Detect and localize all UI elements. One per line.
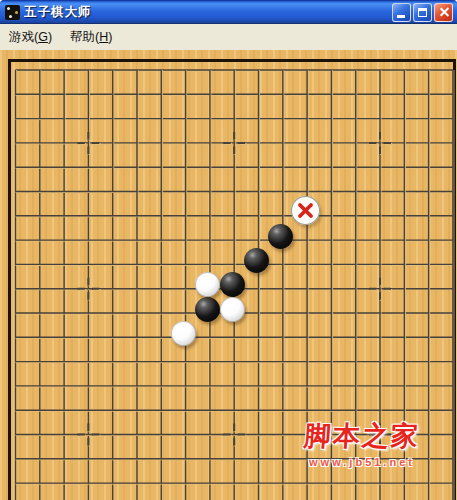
minimize-icon	[397, 15, 405, 18]
maximize-icon	[418, 8, 427, 17]
close-icon	[437, 6, 450, 19]
black-stone	[268, 224, 293, 249]
white-stone	[220, 297, 245, 322]
maximize-button[interactable]	[413, 3, 432, 22]
menu-help[interactable]: 帮助(H)	[61, 26, 121, 49]
app-window: 五子棋大师 游戏(G) 帮助(H) 脚本之家 www.jb51.net	[0, 0, 457, 500]
white-stone	[171, 321, 196, 346]
board-area[interactable]: 脚本之家 www.jb51.net	[0, 50, 457, 500]
close-button[interactable]	[434, 3, 453, 22]
menu-game[interactable]: 游戏(G)	[0, 26, 61, 49]
black-stone	[244, 248, 269, 273]
black-stone	[195, 297, 220, 322]
menu-bar: 游戏(G) 帮助(H)	[0, 24, 457, 50]
window-controls	[392, 3, 453, 22]
title-bar[interactable]: 五子棋大师	[0, 0, 457, 24]
app-icon	[5, 5, 20, 20]
window-title: 五子棋大师	[24, 4, 392, 21]
black-stone	[220, 272, 245, 297]
last-move-marker	[291, 196, 320, 225]
minimize-button[interactable]	[392, 3, 411, 22]
